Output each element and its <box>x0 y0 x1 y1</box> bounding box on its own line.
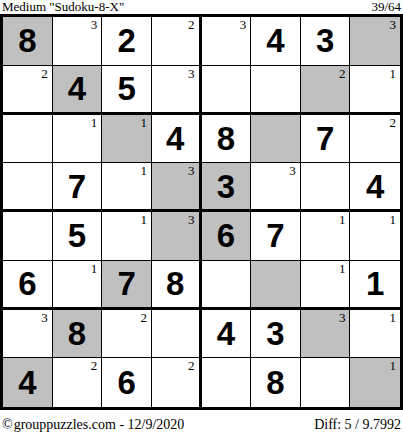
sudoku-cell-r2c6[interactable] <box>251 66 301 115</box>
cell-value <box>152 163 199 209</box>
cell-value <box>3 66 52 112</box>
cell-value <box>202 66 251 112</box>
cell-value: 8 <box>202 115 251 163</box>
sudoku-cell-r1c2[interactable]: 3 <box>53 17 103 66</box>
sudoku-cell-r7c2[interactable]: 8 <box>53 310 103 359</box>
cell-value <box>53 261 102 307</box>
sudoku-cell-r8c7[interactable] <box>301 358 351 407</box>
sudoku-cell-r1c5[interactable]: 3 <box>202 17 252 66</box>
difficulty-text: Diff: 5 / 9.7992 <box>314 417 401 433</box>
sudoku-cell-r2c4[interactable]: 3 <box>152 66 202 115</box>
site-date-text: grouppuzzles.com - 12/9/2020 <box>14 417 185 433</box>
cell-value <box>3 163 52 209</box>
cell-value: 7 <box>251 212 300 260</box>
sudoku-cell-r8c1[interactable]: 4 <box>3 358 53 407</box>
cell-value: 6 <box>102 358 151 407</box>
cell-value <box>152 212 199 260</box>
cell-value: 8 <box>152 261 199 307</box>
sudoku-cell-r5c3[interactable]: 1 <box>102 212 152 261</box>
sudoku-cell-r2c7[interactable]: 2 <box>301 66 351 115</box>
sudoku-cell-r2c1[interactable]: 2 <box>3 66 53 115</box>
sudoku-cell-r4c4[interactable]: 3 <box>152 163 202 212</box>
sudoku-cell-r3c6[interactable] <box>251 115 301 164</box>
sudoku-cell-r3c5[interactable]: 8 <box>202 115 252 164</box>
header: Medium "Sudoku-8-X" 39/64 <box>0 0 403 14</box>
cell-value <box>152 66 199 112</box>
cell-value <box>301 358 350 407</box>
sudoku-cell-r8c8[interactable]: 1 <box>350 358 400 407</box>
cell-value <box>202 261 251 307</box>
cell-value: 5 <box>53 212 102 260</box>
cell-value: 7 <box>53 163 102 209</box>
sudoku-cell-r8c4[interactable]: 2 <box>152 358 202 407</box>
sudoku-cell-r1c7[interactable]: 3 <box>301 17 351 66</box>
cell-value: 6 <box>202 212 251 260</box>
sudoku-board: 8 3 2 2 3 4 <box>0 14 403 410</box>
sudoku-cell-r6c5[interactable] <box>202 261 252 310</box>
sudoku-cell-r7c7[interactable]: 3 <box>301 310 351 359</box>
sudoku-cell-r4c1[interactable] <box>3 163 53 212</box>
cell-value <box>251 66 300 112</box>
sudoku-cell-r6c1[interactable]: 6 <box>3 261 53 310</box>
sudoku-cell-r4c5[interactable]: 3 <box>202 163 252 212</box>
sudoku-cell-r6c4[interactable]: 8 <box>152 261 202 310</box>
cell-value <box>251 115 300 163</box>
cell-value: 4 <box>53 66 102 112</box>
cell-value <box>102 163 151 209</box>
cell-value: 3 <box>202 163 251 209</box>
copyright-line: © grouppuzzles.com - 12/9/2020 <box>2 417 184 433</box>
cell-value <box>3 115 52 163</box>
cell-value <box>301 66 350 112</box>
cell-value <box>251 261 300 307</box>
cell-value: 3 <box>301 17 350 65</box>
sudoku-cell-r3c4[interactable]: 4 <box>152 115 202 164</box>
cell-value <box>102 115 151 163</box>
cell-value: 4 <box>152 115 199 163</box>
sudoku-cell-r7c6[interactable]: 3 <box>251 310 301 359</box>
cell-value <box>251 163 300 209</box>
cell-value: 7 <box>102 261 151 307</box>
cell-value <box>350 66 400 112</box>
cell-value <box>102 212 151 260</box>
cell-value: 8 <box>53 310 102 358</box>
cell-value <box>301 163 350 209</box>
copyright-icon: © <box>2 417 13 433</box>
sudoku-cell-r4c3[interactable]: 1 <box>102 163 152 212</box>
cell-value <box>152 310 199 358</box>
sudoku-cell-r5c2[interactable]: 5 <box>53 212 103 261</box>
sudoku-cell-r8c3[interactable]: 6 <box>102 358 152 407</box>
sudoku-cell-r6c6[interactable] <box>251 261 301 310</box>
cell-value <box>3 310 52 358</box>
cell-value: 1 <box>350 261 400 307</box>
cell-value <box>350 358 400 407</box>
sudoku-cell-r1c1[interactable]: 8 <box>3 17 53 66</box>
cell-value <box>350 310 400 358</box>
sudoku-cell-r4c2[interactable]: 7 <box>53 163 103 212</box>
sudoku-cell-r6c2[interactable]: 1 <box>53 261 103 310</box>
cell-value: 3 <box>251 310 300 358</box>
cell-value: 8 <box>3 17 52 65</box>
sudoku-cell-r7c1[interactable]: 3 <box>3 310 53 359</box>
sudoku-cell-r8c2[interactable]: 2 <box>53 358 103 407</box>
cell-value <box>53 17 102 65</box>
sudoku-cell-r5c5[interactable]: 6 <box>202 212 252 261</box>
sudoku-cell-r5c6[interactable]: 7 <box>251 212 301 261</box>
cell-value: 4 <box>202 310 251 358</box>
sudoku-cell-r1c6[interactable]: 4 <box>251 17 301 66</box>
difficulty-label: Diff: <box>314 417 341 432</box>
cell-value: 2 <box>102 17 151 65</box>
sudoku-cell-r6c3[interactable]: 7 <box>102 261 152 310</box>
footer: © grouppuzzles.com - 12/9/2020 Diff: 5 /… <box>0 410 403 437</box>
sudoku-cell-r7c3[interactable]: 2 <box>102 310 152 359</box>
cell-value <box>202 358 251 407</box>
cell-value <box>350 212 400 260</box>
cell-value <box>3 212 52 260</box>
cell-value <box>202 17 251 65</box>
cell-value <box>301 212 350 260</box>
cell-value <box>301 261 350 307</box>
sudoku-cell-r4c8[interactable]: 4 <box>350 163 400 212</box>
sudoku-cell-r5c7[interactable]: 1 <box>301 212 351 261</box>
sudoku-cell-r1c8[interactable]: 3 <box>350 17 400 66</box>
sudoku-cell-r7c4[interactable] <box>152 310 202 359</box>
cell-value: 4 <box>3 358 52 407</box>
sudoku-cell-r2c3[interactable]: 5 <box>102 66 152 115</box>
cell-value: 4 <box>251 17 300 65</box>
sudoku-cell-r4c6[interactable]: 3 <box>251 163 301 212</box>
cell-value <box>301 310 350 358</box>
cell-value: 5 <box>102 66 151 112</box>
sudoku-cell-r5c1[interactable] <box>3 212 53 261</box>
sudoku-cell-r7c8[interactable]: 1 <box>350 310 400 359</box>
sudoku-cell-r1c4[interactable]: 2 <box>152 17 202 66</box>
cell-value <box>350 115 400 163</box>
sudoku-cell-r2c8[interactable]: 1 <box>350 66 400 115</box>
sudoku-cell-r3c7[interactable]: 7 <box>301 115 351 164</box>
cell-value <box>53 115 102 163</box>
sudoku-cell-r6c8[interactable]: 1 <box>350 261 400 310</box>
cell-value <box>53 358 102 407</box>
puzzle-page: Medium "Sudoku-8-X" 39/64 8 3 2 2 <box>0 0 403 437</box>
remaining-counter: 39/64 <box>371 0 401 13</box>
sudoku-cell-r2c5[interactable] <box>202 66 252 115</box>
sudoku-cell-r2c2[interactable]: 4 <box>53 66 103 115</box>
cell-value: 6 <box>3 261 52 307</box>
sudoku-cell-r5c8[interactable]: 1 <box>350 212 400 261</box>
sudoku-cell-r3c2[interactable]: 1 <box>53 115 103 164</box>
sudoku-cell-r1c3[interactable]: 2 <box>102 17 152 66</box>
sudoku-cell-r6c7[interactable]: 1 <box>301 261 351 310</box>
sudoku-cell-r8c6[interactable]: 8 <box>251 358 301 407</box>
sudoku-cell-r3c8[interactable]: 2 <box>350 115 400 164</box>
cell-value: 8 <box>251 358 300 407</box>
difficulty-value: 5 / 9.7992 <box>345 417 401 432</box>
cell-value: 4 <box>350 163 400 209</box>
sudoku-cell-r5c4[interactable]: 3 <box>152 212 202 261</box>
puzzle-title: Medium "Sudoku-8-X" <box>2 0 124 13</box>
sudoku-cell-r8c5[interactable] <box>202 358 252 407</box>
cell-value <box>152 17 199 65</box>
sudoku-cell-r3c1[interactable] <box>3 115 53 164</box>
cell-value: 7 <box>301 115 350 163</box>
cell-value <box>152 358 199 407</box>
cell-value <box>350 17 400 65</box>
sudoku-cell-r3c3[interactable]: 1 <box>102 115 152 164</box>
sudoku-cell-r7c5[interactable]: 4 <box>202 310 252 359</box>
cell-value <box>102 310 151 358</box>
sudoku-cell-r4c7[interactable] <box>301 163 351 212</box>
